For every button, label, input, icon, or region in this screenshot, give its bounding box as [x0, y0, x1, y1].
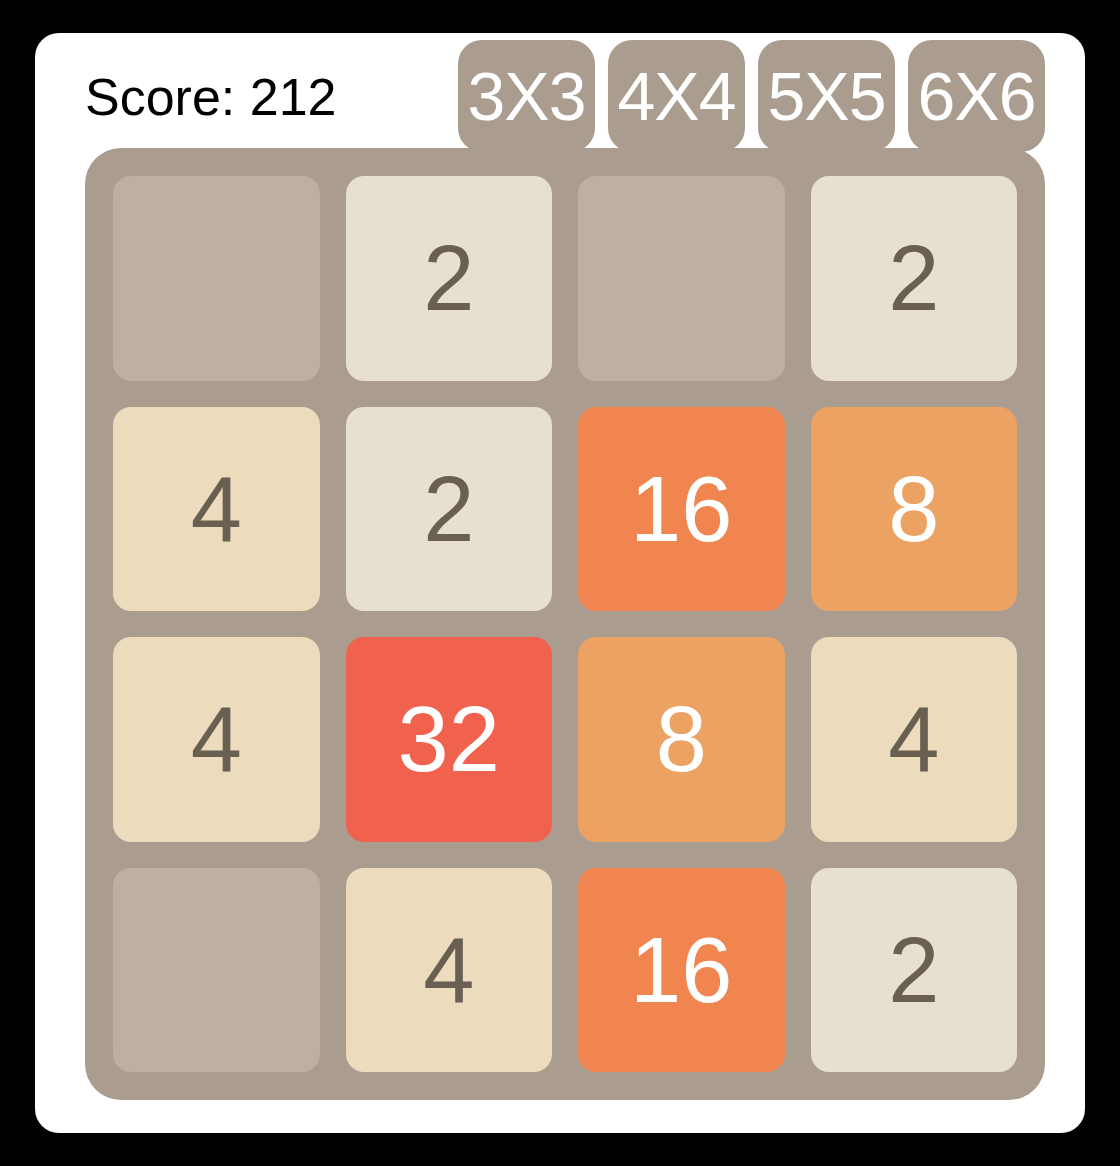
empty-cell-r4c1 [113, 868, 320, 1073]
tile-2-r4c4: 2 [811, 868, 1018, 1073]
tile-8-r3c3: 8 [578, 637, 785, 842]
tile-4-r3c1: 4 [113, 637, 320, 842]
empty-cell-r1c3 [578, 176, 785, 381]
tile-8-r2c4: 8 [811, 407, 1018, 612]
tile-4-r4c2: 4 [346, 868, 553, 1073]
tile-4-r3c4: 4 [811, 637, 1018, 842]
page-background: Score: 212 3X3 4X4 5X5 6X6 2242168432844… [0, 0, 1120, 1166]
tile-16-r4c3: 16 [578, 868, 785, 1073]
size-button-3x3[interactable]: 3X3 [458, 40, 595, 152]
tile-2-r1c2: 2 [346, 176, 553, 381]
tile-32-r3c2: 32 [346, 637, 553, 842]
size-button-6x6[interactable]: 6X6 [908, 40, 1045, 152]
tile-16-r2c3: 16 [578, 407, 785, 612]
size-button-4x4[interactable]: 4X4 [608, 40, 745, 152]
game-board[interactable]: 2242168432844162 [85, 148, 1045, 1100]
size-button-5x5[interactable]: 5X5 [758, 40, 895, 152]
game-card: Score: 212 3X3 4X4 5X5 6X6 2242168432844… [35, 33, 1085, 1133]
empty-cell-r1c1 [113, 176, 320, 381]
tile-2-r2c2: 2 [346, 407, 553, 612]
tile-4-r2c1: 4 [113, 407, 320, 612]
score-display: Score: 212 [85, 69, 337, 125]
tile-2-r1c4: 2 [811, 176, 1018, 381]
board-size-selector: 3X3 4X4 5X5 6X6 [458, 40, 1045, 152]
